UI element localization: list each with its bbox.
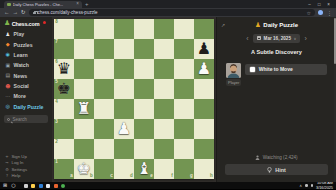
square-f7[interactable] [154,39,174,59]
square-e8[interactable] [134,19,154,39]
avatar-image [226,63,241,78]
forward-button[interactable]: → [13,10,19,16]
file-label-d: d [130,174,133,179]
file-label-c: c [110,174,113,179]
square-c7[interactable] [94,39,114,59]
search-input[interactable]: Search [4,115,48,123]
square-d2[interactable] [114,139,134,159]
square-f1[interactable]: f [154,159,174,179]
rank-label-2: 2 [55,140,58,145]
square-g1[interactable]: g [174,159,194,179]
tab-close-icon[interactable]: × [76,2,79,7]
lock-icon [33,12,36,15]
chrome-icon[interactable] [61,184,65,188]
tray-expand-icon[interactable]: ∧ [299,184,302,188]
store-icon[interactable] [46,184,50,188]
square-d5[interactable] [114,79,134,99]
back-button[interactable]: ← [4,10,10,16]
sidebar-footer-label: Log In [12,160,24,165]
sidebar-item-social[interactable]: ☻Social [0,81,52,91]
turn-indicator: White to Move [245,64,327,75]
square-e3[interactable] [134,119,154,139]
square-e7[interactable] [134,39,154,59]
settings-icon: ⚙ [5,167,9,172]
square-d4[interactable] [114,99,134,119]
square-f2[interactable] [154,139,174,159]
sidebar-nav: ♟Play◆Puzzles◉Learn▣Watch▤News☻Social⋯Mo… [0,29,52,112]
page-content: ♟ Chess.com ♟Play◆Puzzles◉Learn▣Watch▤Ne… [0,17,336,182]
piece-black-queen-a6[interactable]: ♛ [54,59,74,79]
daily-puzzle-icon: ◎ [5,104,11,109]
browser-menu-icon[interactable]: ⋮ [327,10,332,16]
windows-taskbar: ⊞ ○ ∧ 10:08 AM 3/16/2025 [0,182,336,189]
square-b6[interactable] [74,59,94,79]
piece-black-king-a5[interactable]: ♚ [54,79,74,99]
piece-black-pawn-h7[interactable]: ♟ [194,39,214,59]
rank-label-7: 7 [55,40,58,45]
square-e1[interactable]: e♝ [134,159,154,179]
task-view-icon[interactable] [24,184,28,188]
system-tray: ∧ 10:08 AM 3/16/2025 [299,181,333,189]
piece-white-pawn-d3[interactable]: ♟ [114,119,134,139]
log-in-icon: → [5,160,9,165]
lightbulb-icon [267,167,272,173]
square-e5[interactable] [134,79,154,99]
watch-icon: ▣ [5,63,11,68]
taskbar-clock[interactable]: 10:08 AM 3/16/2025 [316,181,333,189]
square-d8[interactable] [114,19,134,39]
daily-puzzle-panel: ↗ ♟ Daily Puzzle ‹ Mar 16, 2025 ∨ › A Su… [216,17,336,182]
square-b4[interactable]: ♜ [74,99,94,119]
browser-toolbar: ← → ↻ chess.com/daily-chess-puzzle ☆ ⋮ [0,8,336,17]
sidebar-item-label: Watch [14,62,29,68]
sidebar-footer-label: Sign Up [12,154,27,159]
volume-icon[interactable] [311,184,314,187]
square-a6[interactable]: 6♛ [54,59,74,79]
square-d3[interactable]: ♟ [114,119,134,139]
square-h6[interactable]: ♟ [194,59,214,79]
sidebar-item-more[interactable]: ⋯More [0,91,52,101]
file-label-h: h [210,174,213,179]
square-c4[interactable] [94,99,114,119]
firefox-icon[interactable] [54,184,58,188]
rank-label-8: 8 [55,20,58,25]
square-f5[interactable] [154,79,174,99]
square-c8[interactable] [94,19,114,39]
screen: Daily Chess Puzzles - Che... × + – □ × ←… [0,0,336,189]
social-icon: ☻ [5,84,11,89]
square-h1[interactable]: h [194,159,214,179]
logo-text: Chess.com [12,21,40,27]
calendar-icon [257,36,262,41]
board-region: 87♟6♛♟5♚4♜3♟21ab♚cde♝fgh [52,17,216,182]
piece-white-king-b1[interactable]: ♚ [74,159,94,179]
sidebar-item-news[interactable]: ▤News [0,71,52,81]
notification-badge [43,21,46,24]
file-label-f: f [171,174,173,179]
previous-puzzle-button[interactable]: ‹ [246,35,248,42]
square-h7[interactable]: ♟ [194,39,214,59]
square-c3[interactable] [94,119,114,139]
news-icon: ▤ [5,73,11,78]
sidebar: ♟ Chess.com ♟Play◆Puzzles◉Learn▣Watch▤Ne… [0,17,52,182]
square-h5[interactable] [194,79,214,99]
sidebar-item-watch[interactable]: ▣Watch [0,60,52,70]
window-minimize-button[interactable]: – [308,2,311,7]
gold-pawn-icon: ♟ [255,22,261,29]
square-a3[interactable]: 3 [54,119,74,139]
window-controls: – □ × [302,2,336,7]
bookmark-star-icon[interactable]: ☆ [307,10,311,16]
sidebar-item-label: Social [14,83,29,89]
next-puzzle-button[interactable]: › [304,35,306,42]
expand-panel-icon[interactable]: ↗ [221,23,225,28]
sidebar-item-puzzles[interactable]: ◆Puzzles [0,39,52,49]
sidebar-item-label: Daily Puzzle [14,104,44,110]
hint-label: Hint [275,167,285,173]
logo-pawn-icon: ♟ [4,20,10,27]
player-name: Player [226,79,241,86]
new-tab-button[interactable]: + [85,1,89,7]
window-close-button[interactable]: × [327,2,330,7]
sidebar-footer-label: Settings [12,167,28,172]
puzzle-name: A Subtle Discovery [251,49,302,55]
date-navigation: ‹ Mar 16, 2025 ∨ › [246,34,306,43]
sidebar-footer-label: Help [12,173,21,178]
sidebar-item-label: Puzzles [14,42,33,48]
square-c1[interactable]: c [94,159,114,179]
file-label-a: a [70,174,73,179]
panel-bottom: Watching (2,424) Hint [217,155,336,182]
taskbar-apps [24,184,66,188]
hint-button[interactable]: Hint [225,164,328,175]
square-a2[interactable]: 2 [54,139,74,159]
square-e4[interactable] [134,99,154,119]
browser-tab[interactable]: Daily Chess Puzzles - Che... × [4,1,82,8]
square-g6[interactable] [174,59,194,79]
sidebar-footer-help[interactable]: ?Help [5,173,47,178]
watching-row: Watching (2,424) [255,155,297,160]
puzzles-icon: ◆ [5,42,11,47]
file-explorer-icon[interactable] [31,184,35,188]
address-bar[interactable]: chess.com/daily-chess-puzzle ☆ [29,9,315,16]
sidebar-item-play[interactable]: ♟Play [0,29,52,39]
square-f6[interactable] [154,59,174,79]
viewers-icon [255,155,260,160]
file-label-g: g [190,174,193,179]
square-d1[interactable]: d [114,159,134,179]
square-b5[interactable] [74,79,94,99]
turn-label: White to Move [259,66,293,72]
square-b7[interactable] [74,39,94,59]
sidebar-item-label: News [14,73,28,79]
square-b1[interactable]: b♚ [74,159,94,179]
square-b8[interactable] [74,19,94,39]
sidebar-item-label: More [14,93,26,99]
square-a7[interactable]: 7 [54,39,74,59]
chess-board: 87♟6♛♟5♚4♜3♟21ab♚cde♝fgh [54,19,214,179]
rank-label-4: 4 [55,100,58,105]
sidebar-footer: +Sign Up→Log In⚙Settings?Help [0,152,52,181]
square-g3[interactable] [174,119,194,139]
taskbar-search-icon[interactable]: ○ [11,183,15,188]
square-d6[interactable] [114,59,134,79]
square-a1[interactable]: 1a [54,159,74,179]
avatar[interactable] [226,63,241,78]
sidebar-item-daily-puzzle[interactable]: ◎Daily Puzzle [0,102,52,112]
square-f4[interactable] [154,99,174,119]
help-icon: ? [5,173,9,178]
toolbar-icons: ⋮ [318,10,332,16]
learn-icon: ◉ [5,52,11,57]
edge-icon[interactable] [39,184,43,188]
reload-button[interactable]: ↻ [21,10,26,16]
rank-label-1: 1 [55,160,58,165]
square-e6[interactable] [134,59,154,79]
watching-count: Watching (2,424) [263,155,298,160]
square-g7[interactable] [174,39,194,59]
piece-white-bishop-e1[interactable]: ♝ [134,159,154,179]
square-g5[interactable] [174,79,194,99]
chevron-down-icon: ∨ [293,36,296,41]
start-button[interactable]: ⊞ [3,183,7,188]
sidebar-footer-log-in[interactable]: →Log In [5,160,47,165]
square-e2[interactable] [134,139,154,159]
profile-avatar-icon[interactable] [318,10,323,15]
square-g4[interactable] [174,99,194,119]
tab-favicon-icon [7,3,11,7]
square-h8[interactable] [194,19,214,39]
date-picker-button[interactable]: Mar 16, 2025 ∨ [253,34,301,43]
square-f3[interactable] [154,119,174,139]
window-maximize-button[interactable]: □ [318,2,321,7]
white-square-icon [250,67,255,72]
piece-white-rook-b4[interactable]: ♜ [74,99,94,119]
sidebar-item-label: Play [14,31,25,37]
play-icon: ♟ [5,32,11,37]
search-placeholder: Search [13,117,27,122]
chesscom-logo[interactable]: ♟ Chess.com [0,18,52,29]
search-icon [7,118,10,121]
square-b2[interactable] [74,139,94,159]
url-text: chess.com/daily-chess-puzzle [38,10,305,15]
sidebar-item-learn[interactable]: ◉Learn [0,50,52,60]
square-c5[interactable] [94,79,114,99]
browser-tabstrip: Daily Chess Puzzles - Che... × + – □ × [0,0,336,8]
panel-title: Daily Puzzle [263,22,298,28]
square-a4[interactable]: 4 [54,99,74,119]
square-b3[interactable] [74,119,94,139]
square-h4[interactable] [194,99,214,119]
sidebar-footer-sign-up[interactable]: +Sign Up [5,154,47,159]
more-icon: ⋯ [5,94,11,99]
square-h3[interactable] [194,119,214,139]
tab-title: Daily Chess Puzzles - Che... [13,2,75,7]
square-a5[interactable]: 5♚ [54,79,74,99]
sign-up-icon: + [5,154,9,159]
square-a8[interactable]: 8 [54,19,74,39]
clock-date: 3/16/2025 [316,186,333,190]
square-f8[interactable] [154,19,174,39]
square-h2[interactable] [194,139,214,159]
puzzle-date: Mar 16, 2025 [264,36,291,41]
square-c6[interactable] [94,59,114,79]
square-g8[interactable] [174,19,194,39]
player-row: Player White to Move [217,63,336,86]
panel-header: ♟ Daily Puzzle [255,22,298,29]
sidebar-footer-settings[interactable]: ⚙Settings [5,167,47,172]
piece-white-pawn-h6[interactable]: ♟ [194,59,214,79]
square-c2[interactable] [94,139,114,159]
rank-label-3: 3 [55,120,58,125]
sidebar-item-label: Learn [14,52,28,58]
avatar-wrap: Player [226,63,241,86]
square-g2[interactable] [174,139,194,159]
network-icon[interactable] [305,184,308,187]
square-d7[interactable] [114,39,134,59]
